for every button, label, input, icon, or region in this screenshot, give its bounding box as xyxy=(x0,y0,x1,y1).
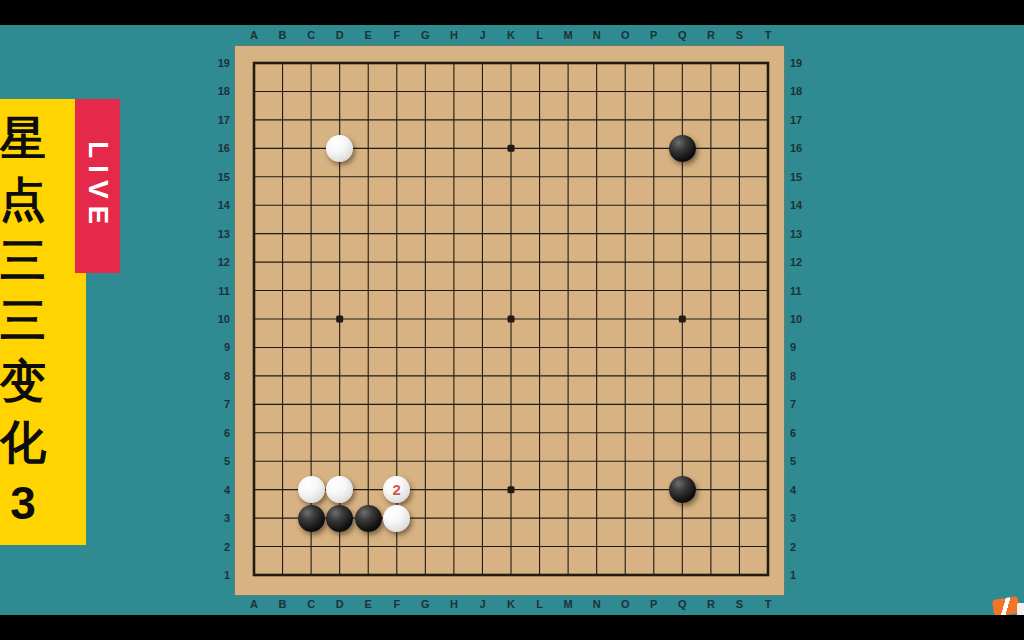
column-label-top: S xyxy=(729,28,749,42)
stone-white xyxy=(383,505,410,532)
stone-black xyxy=(326,505,353,532)
row-label-right: 11 xyxy=(790,284,816,298)
column-label-top: F xyxy=(387,28,407,42)
row-label-right: 16 xyxy=(790,141,816,155)
banner-title-char: 变 xyxy=(0,355,46,407)
column-label-bottom: N xyxy=(587,597,607,611)
star-point xyxy=(508,145,515,152)
stone-black xyxy=(355,505,382,532)
column-label-top: P xyxy=(644,28,664,42)
column-label-bottom: Q xyxy=(672,597,692,611)
column-label-top: N xyxy=(587,28,607,42)
banner-title-char: 三 xyxy=(0,234,46,286)
column-label-top: J xyxy=(472,28,492,42)
row-label-right: 18 xyxy=(790,84,816,98)
row-label-right: 17 xyxy=(790,113,816,127)
row-label-right: 4 xyxy=(790,483,816,497)
column-label-top: C xyxy=(301,28,321,42)
column-label-top: H xyxy=(444,28,464,42)
column-label-bottom: O xyxy=(615,597,635,611)
move-number-label: 2 xyxy=(393,481,401,498)
star-point xyxy=(508,486,515,493)
row-label-left: 9 xyxy=(204,340,230,354)
stone-white xyxy=(326,135,353,162)
column-label-bottom: S xyxy=(729,597,749,611)
row-label-right: 5 xyxy=(790,454,816,468)
column-label-bottom: M xyxy=(558,597,578,611)
column-label-top: K xyxy=(501,28,521,42)
row-label-left: 10 xyxy=(204,312,230,326)
row-label-right: 6 xyxy=(790,426,816,440)
star-point xyxy=(679,316,686,323)
live-badge: LIVE xyxy=(75,99,120,273)
column-label-top: D xyxy=(330,28,350,42)
column-label-bottom: K xyxy=(501,597,521,611)
column-label-top: T xyxy=(758,28,778,42)
row-label-left: 14 xyxy=(204,198,230,212)
row-label-right: 19 xyxy=(790,56,816,70)
stone-black xyxy=(669,135,696,162)
row-label-right: 1 xyxy=(790,568,816,582)
row-label-left: 5 xyxy=(204,454,230,468)
star-point xyxy=(336,316,343,323)
row-label-left: 12 xyxy=(204,255,230,269)
star-point xyxy=(508,316,515,323)
row-label-right: 7 xyxy=(790,397,816,411)
column-label-top: R xyxy=(701,28,721,42)
letterbox-bottom xyxy=(0,615,1024,640)
stone-black xyxy=(669,476,696,503)
column-label-bottom: G xyxy=(415,597,435,611)
row-label-left: 8 xyxy=(204,369,230,383)
row-label-left: 13 xyxy=(204,227,230,241)
row-label-left: 7 xyxy=(204,397,230,411)
banner-title-char: 点 xyxy=(0,173,46,225)
column-label-bottom: E xyxy=(358,597,378,611)
letterbox-top xyxy=(0,0,1024,25)
column-label-bottom: J xyxy=(472,597,492,611)
column-label-top: O xyxy=(615,28,635,42)
row-label-right: 3 xyxy=(790,511,816,525)
row-label-right: 15 xyxy=(790,170,816,184)
screenshot-root: 星点三三变化3 LIVE AABBCCDDEEFFGGHHJJKKLLMMNNO… xyxy=(0,0,1024,640)
live-label: LIVE xyxy=(82,141,114,231)
row-label-right: 2 xyxy=(790,540,816,554)
row-label-left: 15 xyxy=(204,170,230,184)
column-label-top: Q xyxy=(672,28,692,42)
column-label-bottom: T xyxy=(758,597,778,611)
column-label-bottom: F xyxy=(387,597,407,611)
row-label-left: 19 xyxy=(204,56,230,70)
row-label-left: 6 xyxy=(204,426,230,440)
row-label-right: 14 xyxy=(790,198,816,212)
row-label-right: 9 xyxy=(790,340,816,354)
row-label-right: 8 xyxy=(790,369,816,383)
stone-black xyxy=(298,505,325,532)
column-label-bottom: L xyxy=(530,597,550,611)
row-label-left: 4 xyxy=(204,483,230,497)
banner-title-char: 星 xyxy=(0,112,46,164)
banner-title-char: 化 xyxy=(0,416,46,468)
watermark-orange-shape xyxy=(992,596,1020,617)
column-label-bottom: C xyxy=(301,597,321,611)
row-label-right: 10 xyxy=(790,312,816,326)
column-label-top: B xyxy=(273,28,293,42)
row-label-left: 18 xyxy=(204,84,230,98)
column-label-bottom: P xyxy=(644,597,664,611)
column-label-bottom: B xyxy=(273,597,293,611)
column-label-bottom: A xyxy=(244,597,264,611)
column-label-top: G xyxy=(415,28,435,42)
column-label-top: L xyxy=(530,28,550,42)
title-banner: 星点三三变化3 xyxy=(0,99,86,545)
row-label-left: 2 xyxy=(204,540,230,554)
banner-title-char: 3 xyxy=(0,477,46,529)
row-label-left: 17 xyxy=(204,113,230,127)
row-label-left: 1 xyxy=(204,568,230,582)
row-label-left: 16 xyxy=(204,141,230,155)
stone-white xyxy=(298,476,325,503)
column-label-bottom: D xyxy=(330,597,350,611)
banner-title-char: 三 xyxy=(0,294,46,346)
row-label-right: 12 xyxy=(790,255,816,269)
column-label-top: E xyxy=(358,28,378,42)
column-label-top: A xyxy=(244,28,264,42)
row-label-left: 3 xyxy=(204,511,230,525)
column-label-top: M xyxy=(558,28,578,42)
row-label-right: 13 xyxy=(790,227,816,241)
column-label-bottom: R xyxy=(701,597,721,611)
row-label-left: 11 xyxy=(204,284,230,298)
column-label-bottom: H xyxy=(444,597,464,611)
